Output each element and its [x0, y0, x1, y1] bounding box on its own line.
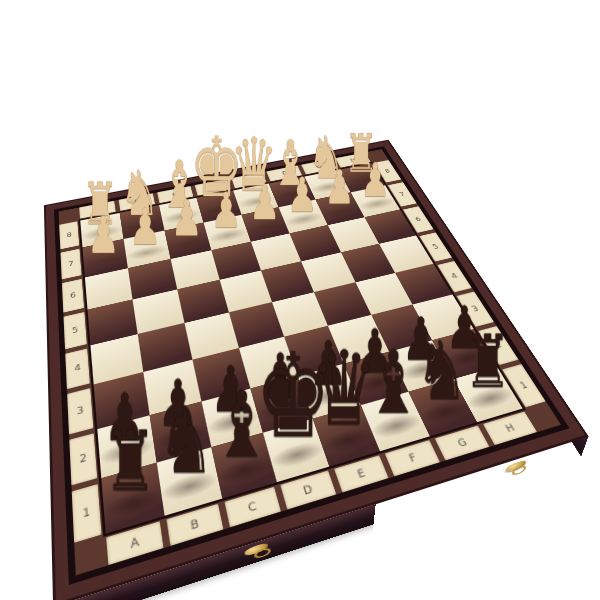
clasp-plate [244, 542, 268, 557]
black-knight-b1[interactable]: ♞ [158, 398, 215, 487]
white-pawn-c7[interactable]: ♟ [170, 194, 202, 243]
white-pawn-g7[interactable]: ♟ [324, 164, 354, 211]
white-pawn-e7[interactable]: ♟ [249, 179, 280, 227]
square-a7[interactable]: ♟ [82, 239, 128, 277]
white-pawn-a7[interactable]: ♟ [87, 210, 120, 261]
black-rook-a1[interactable]: ♜ [104, 420, 157, 503]
square-c1[interactable]: ♝ [211, 432, 277, 498]
rank-label-3: 3 [67, 388, 93, 434]
product-photo-scene: ABCDEFGH ABCDEFGH 87654321 87654321 ♜♞♝♚… [0, 0, 600, 600]
square-d7[interactable]: ♟ [203, 215, 250, 250]
board-frame: ABCDEFGH ABCDEFGH 87654321 87654321 ♜♞♝♚… [57, 148, 565, 579]
black-knight-g1[interactable]: ♞ [415, 331, 467, 412]
rank-label-4: 4 [65, 348, 90, 389]
rank-label-8: 8 [59, 221, 79, 249]
rank-label-7: 7 [61, 249, 82, 280]
rank-label-1: 1 [72, 484, 102, 543]
clasp-hook-icon [254, 547, 271, 560]
chess-board: ABCDEFGH ABCDEFGH 87654321 87654321 ♜♞♝♚… [44, 140, 589, 600]
white-pawn-f7[interactable]: ♟ [287, 171, 318, 219]
white-pawn-d7[interactable]: ♟ [210, 186, 241, 235]
clasp-hook-icon [511, 464, 527, 477]
rank-label-2: 2 [69, 434, 97, 486]
black-bishop-c1[interactable]: ♝ [212, 378, 271, 470]
white-pawn-h7[interactable]: ♟ [360, 157, 390, 203]
white-pawn-b7[interactable]: ♟ [129, 202, 161, 252]
rank-label-5: 5 [64, 312, 87, 349]
clasp-plate [505, 459, 526, 473]
black-rook-h1[interactable]: ♜ [464, 326, 511, 399]
rank-label-6: 6 [62, 279, 84, 313]
